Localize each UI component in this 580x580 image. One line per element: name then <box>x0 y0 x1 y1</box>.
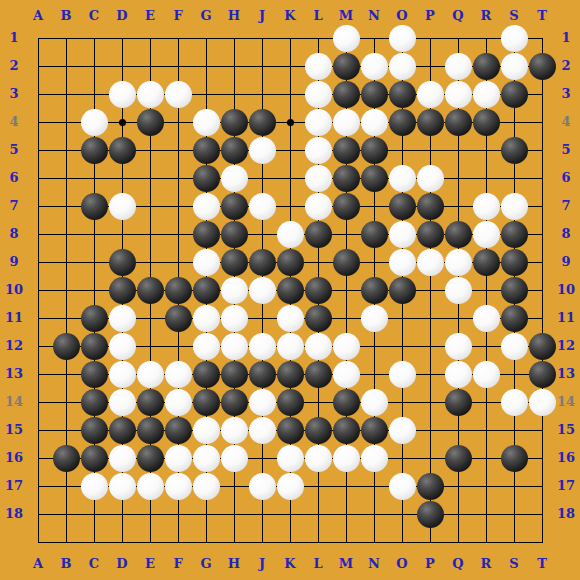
stone-black-O10[interactable] <box>389 277 416 304</box>
row-label-left-5: 5 <box>4 142 24 158</box>
row-label-left-2: 2 <box>4 58 24 74</box>
stone-black-D10[interactable] <box>109 277 136 304</box>
stone-white-N14[interactable] <box>361 389 388 416</box>
stone-white-K12[interactable] <box>277 333 304 360</box>
col-label-bottom-G: G <box>196 556 216 572</box>
stone-white-J5[interactable] <box>249 137 276 164</box>
stone-black-L8[interactable] <box>305 221 332 248</box>
col-label-top-P: P <box>420 8 440 24</box>
col-label-top-A: A <box>28 8 48 24</box>
stone-white-L7[interactable] <box>305 193 332 220</box>
stone-black-H5[interactable] <box>221 137 248 164</box>
stone-white-D7[interactable] <box>109 193 136 220</box>
col-label-top-D: D <box>112 8 132 24</box>
stone-white-L6[interactable] <box>305 165 332 192</box>
stone-black-C5[interactable] <box>81 137 108 164</box>
stone-white-L5[interactable] <box>305 137 332 164</box>
stone-black-G10[interactable] <box>193 277 220 304</box>
stone-black-E16[interactable] <box>137 445 164 472</box>
stone-white-J12[interactable] <box>249 333 276 360</box>
stone-black-H9[interactable] <box>221 249 248 276</box>
row-label-left-15: 15 <box>4 422 24 438</box>
stone-white-J14[interactable] <box>249 389 276 416</box>
stone-white-H12[interactable] <box>221 333 248 360</box>
row-label-right-3: 3 <box>556 86 576 102</box>
stone-white-G17[interactable] <box>193 473 220 500</box>
stone-white-C17[interactable] <box>81 473 108 500</box>
stone-black-K13[interactable] <box>277 361 304 388</box>
row-label-right-10: 10 <box>556 282 576 298</box>
col-label-bottom-C: C <box>84 556 104 572</box>
stone-white-K8[interactable] <box>277 221 304 248</box>
col-label-bottom-B: B <box>56 556 76 572</box>
row-label-left-7: 7 <box>4 198 24 214</box>
stone-white-G15[interactable] <box>193 417 220 444</box>
row-label-right-17: 17 <box>556 478 576 494</box>
stone-black-R2[interactable] <box>473 53 500 80</box>
stone-white-K16[interactable] <box>277 445 304 472</box>
row-label-left-11: 11 <box>4 310 24 326</box>
stone-white-H11[interactable] <box>221 305 248 332</box>
stone-white-S12[interactable] <box>501 333 528 360</box>
stone-white-M4[interactable] <box>333 109 360 136</box>
col-label-top-N: N <box>364 8 384 24</box>
stone-black-C15[interactable] <box>81 417 108 444</box>
stone-black-N3[interactable] <box>361 81 388 108</box>
stone-white-N2[interactable] <box>361 53 388 80</box>
stone-white-D12[interactable] <box>109 333 136 360</box>
stone-white-M13[interactable] <box>333 361 360 388</box>
stone-black-C11[interactable] <box>81 305 108 332</box>
stone-white-O9[interactable] <box>389 249 416 276</box>
row-label-left-17: 17 <box>4 478 24 494</box>
stone-white-L2[interactable] <box>305 53 332 80</box>
row-label-right-6: 6 <box>556 170 576 186</box>
stone-white-J15[interactable] <box>249 417 276 444</box>
stone-black-G5[interactable] <box>193 137 220 164</box>
stone-white-E13[interactable] <box>137 361 164 388</box>
row-label-left-13: 13 <box>4 366 24 382</box>
stone-black-O3[interactable] <box>389 81 416 108</box>
stone-black-M3[interactable] <box>333 81 360 108</box>
stone-white-M1[interactable] <box>333 25 360 52</box>
stone-white-H15[interactable] <box>221 417 248 444</box>
col-label-top-J: J <box>252 8 272 24</box>
col-label-top-O: O <box>392 8 412 24</box>
stone-black-F11[interactable] <box>165 305 192 332</box>
row-label-right-12: 12 <box>556 338 576 354</box>
stone-white-D16[interactable] <box>109 445 136 472</box>
stone-white-G11[interactable] <box>193 305 220 332</box>
col-label-bottom-O: O <box>392 556 412 572</box>
row-label-right-18: 18 <box>556 506 576 522</box>
stone-white-R8[interactable] <box>473 221 500 248</box>
stone-black-H7[interactable] <box>221 193 248 220</box>
stone-black-H8[interactable] <box>221 221 248 248</box>
stone-black-S10[interactable] <box>501 277 528 304</box>
stone-black-R4[interactable] <box>473 109 500 136</box>
stone-white-E3[interactable] <box>137 81 164 108</box>
stone-black-K10[interactable] <box>277 277 304 304</box>
row-label-left-10: 10 <box>4 282 24 298</box>
stone-black-S5[interactable] <box>501 137 528 164</box>
stone-white-L12[interactable] <box>305 333 332 360</box>
stone-white-D13[interactable] <box>109 361 136 388</box>
col-label-bottom-K: K <box>280 556 300 572</box>
stone-white-R3[interactable] <box>473 81 500 108</box>
stone-black-O7[interactable] <box>389 193 416 220</box>
stone-white-D17[interactable] <box>109 473 136 500</box>
stone-white-Q9[interactable] <box>445 249 472 276</box>
stone-white-F14[interactable] <box>165 389 192 416</box>
stone-black-B16[interactable] <box>53 445 80 472</box>
stone-white-H10[interactable] <box>221 277 248 304</box>
stone-black-M6[interactable] <box>333 165 360 192</box>
stone-white-G16[interactable] <box>193 445 220 472</box>
stone-white-J7[interactable] <box>249 193 276 220</box>
stone-white-F16[interactable] <box>165 445 192 472</box>
stone-white-Q3[interactable] <box>445 81 472 108</box>
stone-white-R11[interactable] <box>473 305 500 332</box>
stone-white-S1[interactable] <box>501 25 528 52</box>
col-label-bottom-J: J <box>252 556 272 572</box>
stone-black-J13[interactable] <box>249 361 276 388</box>
stone-black-F10[interactable] <box>165 277 192 304</box>
stone-white-F13[interactable] <box>165 361 192 388</box>
grid-line-vertical <box>542 38 543 543</box>
stone-black-N10[interactable] <box>361 277 388 304</box>
col-label-top-T: T <box>532 8 552 24</box>
row-label-left-12: 12 <box>4 338 24 354</box>
stone-black-N5[interactable] <box>361 137 388 164</box>
stone-black-M9[interactable] <box>333 249 360 276</box>
stone-black-N8[interactable] <box>361 221 388 248</box>
stone-black-G14[interactable] <box>193 389 220 416</box>
stone-black-G8[interactable] <box>193 221 220 248</box>
stone-white-M12[interactable] <box>333 333 360 360</box>
stone-black-P8[interactable] <box>417 221 444 248</box>
stone-white-H16[interactable] <box>221 445 248 472</box>
row-label-left-4: 4 <box>4 114 24 130</box>
grid-line-horizontal <box>38 542 543 543</box>
stone-black-H14[interactable] <box>221 389 248 416</box>
stone-black-M15[interactable] <box>333 417 360 444</box>
stone-black-G13[interactable] <box>193 361 220 388</box>
row-label-right-16: 16 <box>556 450 576 466</box>
stone-white-N11[interactable] <box>361 305 388 332</box>
stone-white-O1[interactable] <box>389 25 416 52</box>
stone-white-O6[interactable] <box>389 165 416 192</box>
stone-white-L3[interactable] <box>305 81 332 108</box>
stone-white-K17[interactable] <box>277 473 304 500</box>
row-label-right-15: 15 <box>556 422 576 438</box>
stone-white-P6[interactable] <box>417 165 444 192</box>
stone-black-S8[interactable] <box>501 221 528 248</box>
stone-white-J10[interactable] <box>249 277 276 304</box>
stone-black-S9[interactable] <box>501 249 528 276</box>
stone-black-T2[interactable] <box>529 53 556 80</box>
stone-white-R13[interactable] <box>473 361 500 388</box>
row-label-right-1: 1 <box>556 30 576 46</box>
stone-black-C12[interactable] <box>81 333 108 360</box>
stone-black-M2[interactable] <box>333 53 360 80</box>
col-label-top-K: K <box>280 8 300 24</box>
stone-black-C14[interactable] <box>81 389 108 416</box>
col-label-top-B: B <box>56 8 76 24</box>
stone-black-Q16[interactable] <box>445 445 472 472</box>
stone-white-O17[interactable] <box>389 473 416 500</box>
stone-white-O13[interactable] <box>389 361 416 388</box>
stone-black-B12[interactable] <box>53 333 80 360</box>
row-label-right-14: 14 <box>556 394 576 410</box>
stone-black-S16[interactable] <box>501 445 528 472</box>
stone-black-K15[interactable] <box>277 417 304 444</box>
col-label-bottom-L: L <box>308 556 328 572</box>
stone-black-S11[interactable] <box>501 305 528 332</box>
col-label-bottom-P: P <box>420 556 440 572</box>
stone-white-O8[interactable] <box>389 221 416 248</box>
col-label-top-E: E <box>140 8 160 24</box>
stone-white-P3[interactable] <box>417 81 444 108</box>
col-label-top-Q: Q <box>448 8 468 24</box>
stone-black-G6[interactable] <box>193 165 220 192</box>
stone-black-F15[interactable] <box>165 417 192 444</box>
stone-black-P17[interactable] <box>417 473 444 500</box>
stone-white-L16[interactable] <box>305 445 332 472</box>
stone-black-E15[interactable] <box>137 417 164 444</box>
stone-black-K9[interactable] <box>277 249 304 276</box>
stone-white-N16[interactable] <box>361 445 388 472</box>
stone-black-D5[interactable] <box>109 137 136 164</box>
stone-white-K11[interactable] <box>277 305 304 332</box>
stone-black-E4[interactable] <box>137 109 164 136</box>
stone-black-L10[interactable] <box>305 277 332 304</box>
stone-black-D9[interactable] <box>109 249 136 276</box>
stone-black-C16[interactable] <box>81 445 108 472</box>
row-label-right-8: 8 <box>556 226 576 242</box>
stone-white-M16[interactable] <box>333 445 360 472</box>
stone-black-P4[interactable] <box>417 109 444 136</box>
stone-white-T14[interactable] <box>529 389 556 416</box>
stone-white-Q13[interactable] <box>445 361 472 388</box>
stone-black-J4[interactable] <box>249 109 276 136</box>
col-label-top-L: L <box>308 8 328 24</box>
stone-black-J9[interactable] <box>249 249 276 276</box>
stone-black-S3[interactable] <box>501 81 528 108</box>
stone-white-G9[interactable] <box>193 249 220 276</box>
stone-white-S2[interactable] <box>501 53 528 80</box>
col-label-top-G: G <box>196 8 216 24</box>
col-label-bottom-E: E <box>140 556 160 572</box>
stone-black-C13[interactable] <box>81 361 108 388</box>
row-label-left-6: 6 <box>4 170 24 186</box>
row-label-left-16: 16 <box>4 450 24 466</box>
stone-black-N6[interactable] <box>361 165 388 192</box>
stone-black-M7[interactable] <box>333 193 360 220</box>
stone-black-M14[interactable] <box>333 389 360 416</box>
stone-black-E10[interactable] <box>137 277 164 304</box>
col-label-bottom-N: N <box>364 556 384 572</box>
stone-white-C4[interactable] <box>81 109 108 136</box>
row-label-left-8: 8 <box>4 226 24 242</box>
row-label-right-13: 13 <box>556 366 576 382</box>
col-label-top-C: C <box>84 8 104 24</box>
col-label-top-F: F <box>168 8 188 24</box>
col-label-bottom-H: H <box>224 556 244 572</box>
row-label-left-14: 14 <box>4 394 24 410</box>
row-label-left-3: 3 <box>4 86 24 102</box>
col-label-bottom-Q: Q <box>448 556 468 572</box>
row-label-right-9: 9 <box>556 254 576 270</box>
stone-white-D14[interactable] <box>109 389 136 416</box>
stone-black-L13[interactable] <box>305 361 332 388</box>
stone-black-L15[interactable] <box>305 417 332 444</box>
row-label-left-1: 1 <box>4 30 24 46</box>
col-label-bottom-A: A <box>28 556 48 572</box>
stone-black-P18[interactable] <box>417 501 444 528</box>
stone-black-D15[interactable] <box>109 417 136 444</box>
stone-black-R9[interactable] <box>473 249 500 276</box>
col-label-bottom-S: S <box>504 556 524 572</box>
col-label-bottom-T: T <box>532 556 552 572</box>
row-label-left-18: 18 <box>4 506 24 522</box>
stone-white-N4[interactable] <box>361 109 388 136</box>
stone-black-H13[interactable] <box>221 361 248 388</box>
row-label-right-7: 7 <box>556 198 576 214</box>
stone-white-Q2[interactable] <box>445 53 472 80</box>
stone-white-P9[interactable] <box>417 249 444 276</box>
col-label-top-H: H <box>224 8 244 24</box>
stone-black-N15[interactable] <box>361 417 388 444</box>
grid-line-horizontal <box>38 514 543 515</box>
stone-white-L4[interactable] <box>305 109 332 136</box>
stone-black-C7[interactable] <box>81 193 108 220</box>
stone-black-H4[interactable] <box>221 109 248 136</box>
stone-black-T12[interactable] <box>529 333 556 360</box>
stone-white-F3[interactable] <box>165 81 192 108</box>
stone-black-Q14[interactable] <box>445 389 472 416</box>
stone-white-S14[interactable] <box>501 389 528 416</box>
stone-black-Q8[interactable] <box>445 221 472 248</box>
col-label-top-M: M <box>336 8 356 24</box>
col-label-bottom-M: M <box>336 556 356 572</box>
stone-black-L11[interactable] <box>305 305 332 332</box>
row-label-right-4: 4 <box>556 114 576 130</box>
row-label-right-5: 5 <box>556 142 576 158</box>
stone-white-O2[interactable] <box>389 53 416 80</box>
stone-white-E17[interactable] <box>137 473 164 500</box>
star-point-K4 <box>287 119 294 126</box>
stone-white-S7[interactable] <box>501 193 528 220</box>
col-label-top-R: R <box>476 8 496 24</box>
col-label-bottom-D: D <box>112 556 132 572</box>
stone-white-G12[interactable] <box>193 333 220 360</box>
stone-white-G4[interactable] <box>193 109 220 136</box>
stone-black-E14[interactable] <box>137 389 164 416</box>
stone-black-T13[interactable] <box>529 361 556 388</box>
stone-white-R7[interactable] <box>473 193 500 220</box>
stone-white-Q12[interactable] <box>445 333 472 360</box>
stone-black-P7[interactable] <box>417 193 444 220</box>
row-label-right-11: 11 <box>556 310 576 326</box>
col-label-top-S: S <box>504 8 524 24</box>
stone-black-O4[interactable] <box>389 109 416 136</box>
stone-white-G7[interactable] <box>193 193 220 220</box>
stone-black-K14[interactable] <box>277 389 304 416</box>
stone-black-M5[interactable] <box>333 137 360 164</box>
stone-white-H6[interactable] <box>221 165 248 192</box>
stone-white-Q10[interactable] <box>445 277 472 304</box>
col-label-bottom-R: R <box>476 556 496 572</box>
col-label-bottom-F: F <box>168 556 188 572</box>
stone-white-D3[interactable] <box>109 81 136 108</box>
row-label-left-9: 9 <box>4 254 24 270</box>
stone-black-Q4[interactable] <box>445 109 472 136</box>
stone-white-D11[interactable] <box>109 305 136 332</box>
stone-white-F17[interactable] <box>165 473 192 500</box>
stone-white-O15[interactable] <box>389 417 416 444</box>
row-label-right-2: 2 <box>556 58 576 74</box>
go-board[interactable]: AABBCCDDEEFFGGHHJJKKLLMMNNOOPPQQRRSSTT11… <box>0 0 580 580</box>
stone-white-J17[interactable] <box>249 473 276 500</box>
star-point-D4 <box>119 119 126 126</box>
